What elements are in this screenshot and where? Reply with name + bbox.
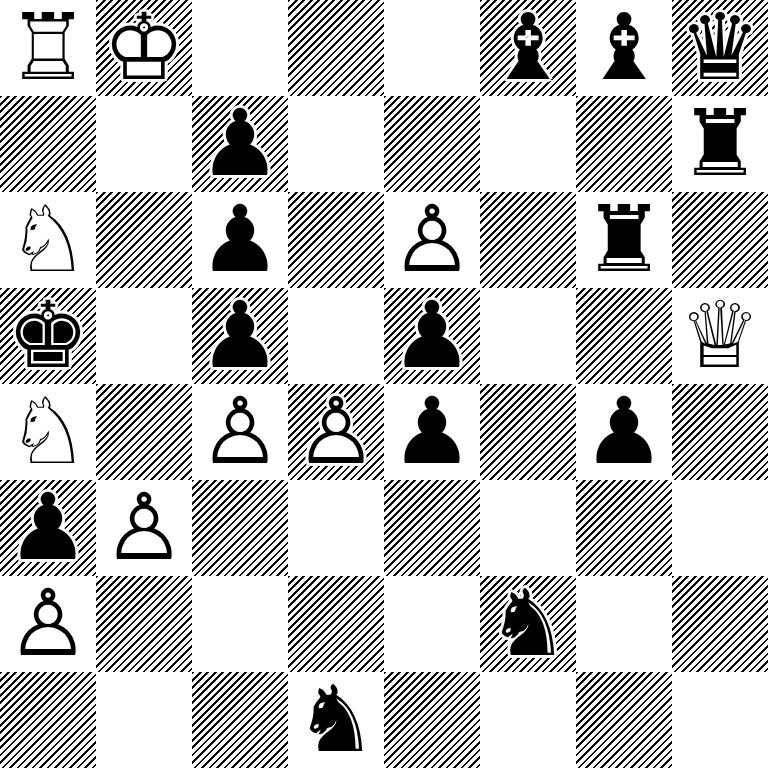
white-pawn-piece: ♙ bbox=[96, 480, 192, 576]
piece-halo: ♜ bbox=[0, 0, 96, 96]
square-f7[interactable] bbox=[480, 96, 576, 192]
piece-halo: ♜ bbox=[576, 192, 672, 288]
square-h3[interactable] bbox=[672, 480, 768, 576]
piece-halo: ♟ bbox=[96, 480, 192, 576]
piece-halo: ♛ bbox=[672, 288, 768, 384]
chessboard: ♜♖♚♔♝♝♝♝♛♛♟♟♜♜♞♘♟♟♟♙♜♜♚♚♟♟♟♟♛♕♞♘♟♙♟♙♟♟♟♟… bbox=[0, 0, 768, 768]
square-e7[interactable] bbox=[384, 96, 480, 192]
piece-halo: ♜ bbox=[672, 96, 768, 192]
square-f4[interactable] bbox=[480, 384, 576, 480]
square-g1[interactable] bbox=[576, 672, 672, 768]
black-pawn-piece: ♟ bbox=[576, 384, 672, 480]
square-e4[interactable]: ♟♟ bbox=[384, 384, 480, 480]
black-knight-piece: ♞ bbox=[288, 672, 384, 768]
square-f6[interactable] bbox=[480, 192, 576, 288]
piece-halo: ♟ bbox=[192, 384, 288, 480]
square-f3[interactable] bbox=[480, 480, 576, 576]
square-e8[interactable] bbox=[384, 0, 480, 96]
square-e5[interactable]: ♟♟ bbox=[384, 288, 480, 384]
square-e6[interactable]: ♟♙ bbox=[384, 192, 480, 288]
square-f8[interactable]: ♝♝ bbox=[480, 0, 576, 96]
square-a5[interactable]: ♚♚ bbox=[0, 288, 96, 384]
square-f1[interactable] bbox=[480, 672, 576, 768]
square-h4[interactable] bbox=[672, 384, 768, 480]
white-queen-piece: ♕ bbox=[672, 288, 768, 384]
square-b6[interactable] bbox=[96, 192, 192, 288]
square-f5[interactable] bbox=[480, 288, 576, 384]
square-b4[interactable] bbox=[96, 384, 192, 480]
piece-halo: ♟ bbox=[384, 288, 480, 384]
square-b3[interactable]: ♟♙ bbox=[96, 480, 192, 576]
black-rook-piece: ♜ bbox=[672, 96, 768, 192]
square-a1[interactable] bbox=[0, 672, 96, 768]
piece-halo: ♛ bbox=[672, 0, 768, 96]
black-king-piece: ♚ bbox=[0, 288, 96, 384]
piece-halo: ♞ bbox=[480, 576, 576, 672]
white-pawn-piece: ♙ bbox=[0, 576, 96, 672]
piece-halo: ♚ bbox=[0, 288, 96, 384]
square-e2[interactable] bbox=[384, 576, 480, 672]
black-bishop-piece: ♝ bbox=[576, 0, 672, 96]
piece-halo: ♟ bbox=[288, 384, 384, 480]
piece-halo: ♟ bbox=[0, 480, 96, 576]
square-g3[interactable] bbox=[576, 480, 672, 576]
white-knight-piece: ♘ bbox=[0, 192, 96, 288]
piece-halo: ♟ bbox=[576, 384, 672, 480]
square-a4[interactable]: ♞♘ bbox=[0, 384, 96, 480]
piece-halo: ♞ bbox=[0, 192, 96, 288]
black-pawn-piece: ♟ bbox=[192, 96, 288, 192]
black-bishop-piece: ♝ bbox=[480, 0, 576, 96]
square-g2[interactable] bbox=[576, 576, 672, 672]
square-c5[interactable]: ♟♟ bbox=[192, 288, 288, 384]
square-b7[interactable] bbox=[96, 96, 192, 192]
piece-halo: ♞ bbox=[0, 384, 96, 480]
square-g4[interactable]: ♟♟ bbox=[576, 384, 672, 480]
piece-halo: ♟ bbox=[192, 192, 288, 288]
piece-halo: ♟ bbox=[192, 288, 288, 384]
square-d5[interactable] bbox=[288, 288, 384, 384]
black-queen-piece: ♛ bbox=[672, 0, 768, 96]
square-d6[interactable] bbox=[288, 192, 384, 288]
square-d2[interactable] bbox=[288, 576, 384, 672]
square-a7[interactable] bbox=[0, 96, 96, 192]
white-king-piece: ♔ bbox=[96, 0, 192, 96]
square-d8[interactable] bbox=[288, 0, 384, 96]
square-g7[interactable] bbox=[576, 96, 672, 192]
square-c4[interactable]: ♟♙ bbox=[192, 384, 288, 480]
black-knight-piece: ♞ bbox=[480, 576, 576, 672]
white-pawn-piece: ♙ bbox=[384, 192, 480, 288]
square-c3[interactable] bbox=[192, 480, 288, 576]
square-b5[interactable] bbox=[96, 288, 192, 384]
square-d4[interactable]: ♟♙ bbox=[288, 384, 384, 480]
piece-halo: ♟ bbox=[0, 576, 96, 672]
black-pawn-piece: ♟ bbox=[384, 384, 480, 480]
white-pawn-piece: ♙ bbox=[192, 384, 288, 480]
square-a3[interactable]: ♟♟ bbox=[0, 480, 96, 576]
black-pawn-piece: ♟ bbox=[0, 480, 96, 576]
square-g5[interactable] bbox=[576, 288, 672, 384]
square-d7[interactable] bbox=[288, 96, 384, 192]
square-e1[interactable] bbox=[384, 672, 480, 768]
square-g8[interactable]: ♝♝ bbox=[576, 0, 672, 96]
piece-halo: ♟ bbox=[384, 384, 480, 480]
square-c6[interactable]: ♟♟ bbox=[192, 192, 288, 288]
square-h8[interactable]: ♛♛ bbox=[672, 0, 768, 96]
square-e3[interactable] bbox=[384, 480, 480, 576]
piece-halo: ♝ bbox=[576, 0, 672, 96]
piece-halo: ♚ bbox=[96, 0, 192, 96]
square-h6[interactable] bbox=[672, 192, 768, 288]
black-pawn-piece: ♟ bbox=[192, 192, 288, 288]
square-h5[interactable]: ♛♕ bbox=[672, 288, 768, 384]
square-c1[interactable] bbox=[192, 672, 288, 768]
black-pawn-piece: ♟ bbox=[192, 288, 288, 384]
white-knight-piece: ♘ bbox=[0, 384, 96, 480]
square-c2[interactable] bbox=[192, 576, 288, 672]
square-h7[interactable]: ♜♜ bbox=[672, 96, 768, 192]
square-f2[interactable]: ♞♞ bbox=[480, 576, 576, 672]
square-a2[interactable]: ♟♙ bbox=[0, 576, 96, 672]
piece-halo: ♟ bbox=[384, 192, 480, 288]
white-rook-piece: ♖ bbox=[0, 0, 96, 96]
black-pawn-piece: ♟ bbox=[384, 288, 480, 384]
square-h1[interactable] bbox=[672, 672, 768, 768]
square-d3[interactable] bbox=[288, 480, 384, 576]
white-pawn-piece: ♙ bbox=[288, 384, 384, 480]
piece-halo: ♟ bbox=[192, 96, 288, 192]
square-b8[interactable]: ♚♔ bbox=[96, 0, 192, 96]
square-g6[interactable]: ♜♜ bbox=[576, 192, 672, 288]
square-h2[interactable] bbox=[672, 576, 768, 672]
square-b2[interactable] bbox=[96, 576, 192, 672]
square-c7[interactable]: ♟♟ bbox=[192, 96, 288, 192]
square-b1[interactable] bbox=[96, 672, 192, 768]
piece-halo: ♞ bbox=[288, 672, 384, 768]
black-rook-piece: ♜ bbox=[576, 192, 672, 288]
square-a6[interactable]: ♞♘ bbox=[0, 192, 96, 288]
piece-halo: ♝ bbox=[480, 0, 576, 96]
square-d1[interactable]: ♞♞ bbox=[288, 672, 384, 768]
square-a8[interactable]: ♜♖ bbox=[0, 0, 96, 96]
square-c8[interactable] bbox=[192, 0, 288, 96]
